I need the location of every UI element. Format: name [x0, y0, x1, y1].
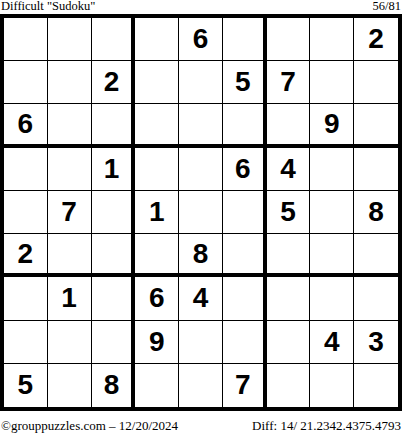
given-digit: 8 [193, 240, 209, 268]
cell-r8c5[interactable] [179, 321, 223, 364]
given-digit: 5 [235, 68, 251, 96]
given-digit: 2 [104, 68, 120, 96]
cell-r2c1[interactable] [4, 61, 48, 104]
given-digit: 6 [235, 155, 251, 183]
given-digit: 6 [193, 25, 209, 53]
cell-r9c9[interactable] [354, 364, 398, 407]
cell-r1c1[interactable] [4, 18, 48, 61]
footer: ©grouppuzzles.com – 12/20/2024 Diff: 14/… [0, 419, 402, 433]
cell-r5c3[interactable] [92, 191, 136, 234]
given-digit: 8 [368, 198, 384, 226]
cell-r2c3[interactable]: 2 [92, 61, 136, 104]
given-digit: 2 [368, 25, 384, 53]
cell-r3c3[interactable] [92, 104, 136, 147]
cell-r4c5[interactable] [179, 148, 223, 191]
given-digit: 1 [104, 155, 120, 183]
cell-r9c1[interactable]: 5 [4, 364, 48, 407]
cell-r6c6[interactable] [223, 234, 267, 277]
cell-r5c5[interactable] [179, 191, 223, 234]
cell-r6c9[interactable] [354, 234, 398, 277]
cell-r7c8[interactable] [310, 277, 354, 320]
given-digit: 4 [324, 328, 340, 356]
given-digit: 5 [18, 371, 34, 399]
given-digit: 2 [18, 240, 34, 268]
given-digit: 3 [368, 328, 384, 356]
cell-r2c6[interactable]: 5 [223, 61, 267, 104]
cell-r9c2[interactable] [48, 364, 92, 407]
cell-r3c9[interactable] [354, 104, 398, 147]
cell-r8c6[interactable] [223, 321, 267, 364]
given-digit: 7 [61, 198, 77, 226]
cell-r7c4[interactable]: 6 [135, 277, 179, 320]
sudoku-page: Difficult "Sudoku" 56/81 622576916471582… [0, 0, 402, 437]
cell-r6c3[interactable] [92, 234, 136, 277]
given-digit: 1 [149, 198, 165, 226]
given-digit: 6 [18, 110, 34, 138]
cell-r3c2[interactable] [48, 104, 92, 147]
cell-r1c5[interactable]: 6 [179, 18, 223, 61]
cell-r2c7[interactable]: 7 [267, 61, 311, 104]
progress-counter: 56/81 [373, 0, 401, 13]
cell-r7c6[interactable] [223, 277, 267, 320]
cell-r3c8[interactable]: 9 [310, 104, 354, 147]
cell-r3c1[interactable]: 6 [4, 104, 48, 147]
copyright-text: ©grouppuzzles.com – 12/20/2024 [1, 419, 178, 433]
cell-r8c8[interactable]: 4 [310, 321, 354, 364]
cell-r8c4[interactable]: 9 [135, 321, 179, 364]
cell-r6c2[interactable] [48, 234, 92, 277]
cell-r7c9[interactable] [354, 277, 398, 320]
cell-r2c5[interactable] [179, 61, 223, 104]
given-digit: 9 [149, 328, 165, 356]
sudoku-board[interactable]: 6225769164715828164943587 [0, 14, 402, 411]
cell-r8c3[interactable] [92, 321, 136, 364]
cell-r6c8[interactable] [310, 234, 354, 277]
cell-r6c4[interactable] [135, 234, 179, 277]
cell-r1c2[interactable] [48, 18, 92, 61]
cell-r1c6[interactable] [223, 18, 267, 61]
cell-r1c8[interactable] [310, 18, 354, 61]
cell-r4c6[interactable]: 6 [223, 148, 267, 191]
cell-r7c3[interactable] [92, 277, 136, 320]
given-digit: 9 [324, 110, 340, 138]
cell-r9c3[interactable]: 8 [92, 364, 136, 407]
cell-r5c2[interactable]: 7 [48, 191, 92, 234]
cell-r4c2[interactable] [48, 148, 92, 191]
cell-r7c5[interactable]: 4 [179, 277, 223, 320]
cell-r5c6[interactable] [223, 191, 267, 234]
cell-r2c4[interactable] [135, 61, 179, 104]
given-digit: 5 [280, 198, 296, 226]
cell-r9c6[interactable]: 7 [223, 364, 267, 407]
difficulty-text: Diff: 14/ 21.2342.4375.4793 [252, 419, 401, 433]
cell-r4c7[interactable]: 4 [267, 148, 311, 191]
cell-r3c4[interactable] [135, 104, 179, 147]
given-digit: 1 [61, 284, 77, 312]
cell-r6c7[interactable] [267, 234, 311, 277]
cell-r7c7[interactable] [267, 277, 311, 320]
cell-r8c2[interactable] [48, 321, 92, 364]
cell-r4c4[interactable] [135, 148, 179, 191]
cell-r1c7[interactable] [267, 18, 311, 61]
cell-r4c9[interactable] [354, 148, 398, 191]
cell-r9c7[interactable] [267, 364, 311, 407]
cell-r2c8[interactable] [310, 61, 354, 104]
cell-r3c6[interactable] [223, 104, 267, 147]
given-digit: 6 [149, 284, 165, 312]
cell-r7c2[interactable]: 1 [48, 277, 92, 320]
cell-r5c8[interactable] [310, 191, 354, 234]
given-digit: 7 [235, 371, 251, 399]
cell-r5c1[interactable] [4, 191, 48, 234]
cell-r6c5[interactable]: 8 [179, 234, 223, 277]
cell-r9c4[interactable] [135, 364, 179, 407]
given-digit: 4 [280, 155, 296, 183]
given-digit: 4 [193, 284, 209, 312]
cell-r9c8[interactable] [310, 364, 354, 407]
cell-r8c9[interactable]: 3 [354, 321, 398, 364]
cell-r9c5[interactable] [179, 364, 223, 407]
given-digit: 7 [280, 68, 296, 96]
cell-r4c8[interactable] [310, 148, 354, 191]
cell-r1c3[interactable] [92, 18, 136, 61]
puzzle-title: Difficult "Sudoku" [1, 0, 95, 13]
cell-r7c1[interactable] [4, 277, 48, 320]
header: Difficult "Sudoku" 56/81 [0, 0, 402, 14]
cell-r5c4[interactable]: 1 [135, 191, 179, 234]
cell-r4c3[interactable]: 1 [92, 148, 136, 191]
cell-r5c7[interactable]: 5 [267, 191, 311, 234]
cell-r3c5[interactable] [179, 104, 223, 147]
cell-r1c9[interactable]: 2 [354, 18, 398, 61]
cell-r5c9[interactable]: 8 [354, 191, 398, 234]
cell-r8c7[interactable] [267, 321, 311, 364]
cell-r3c7[interactable] [267, 104, 311, 147]
cell-r4c1[interactable] [4, 148, 48, 191]
cell-r6c1[interactable]: 2 [4, 234, 48, 277]
cell-r8c1[interactable] [4, 321, 48, 364]
cell-r2c9[interactable] [354, 61, 398, 104]
cell-r1c4[interactable] [135, 18, 179, 61]
given-digit: 8 [104, 371, 120, 399]
cell-r2c2[interactable] [48, 61, 92, 104]
